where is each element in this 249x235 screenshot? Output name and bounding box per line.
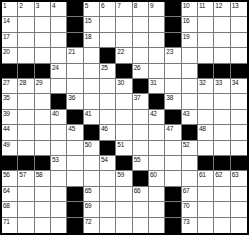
crossword-grid: 1234567891011121314151617181920212223242… bbox=[0, 0, 249, 235]
white-cell[interactable] bbox=[35, 187, 51, 202]
white-cell[interactable] bbox=[165, 156, 181, 171]
white-cell[interactable] bbox=[214, 17, 230, 32]
white-cell[interactable] bbox=[84, 64, 100, 79]
white-cell[interactable] bbox=[84, 156, 100, 171]
clue-number: 64 bbox=[3, 187, 10, 194]
white-cell[interactable] bbox=[198, 33, 214, 48]
white-cell[interactable]: 16 bbox=[182, 17, 198, 32]
white-cell[interactable]: 6 bbox=[100, 2, 116, 17]
white-cell[interactable]: 11 bbox=[198, 2, 214, 17]
clue-number: 1 bbox=[3, 2, 6, 9]
white-cell[interactable]: 34 bbox=[231, 79, 247, 94]
clue-number: 68 bbox=[3, 202, 10, 209]
white-cell[interactable] bbox=[100, 187, 116, 202]
clue-number: 7 bbox=[117, 2, 120, 9]
white-cell[interactable]: 53 bbox=[51, 156, 67, 171]
white-cell[interactable] bbox=[231, 110, 247, 125]
white-cell[interactable] bbox=[51, 218, 67, 233]
black-cell bbox=[133, 171, 149, 186]
clue-number: 53 bbox=[52, 156, 59, 163]
clue-number: 36 bbox=[68, 94, 75, 101]
clue-number: 12 bbox=[215, 2, 222, 9]
clue-number: 23 bbox=[166, 48, 173, 55]
white-cell[interactable]: 2 bbox=[18, 2, 34, 17]
black-cell bbox=[100, 141, 116, 156]
clue-number: 20 bbox=[3, 48, 10, 55]
clue-number: 5 bbox=[85, 2, 88, 9]
white-cell[interactable] bbox=[214, 218, 230, 233]
black-cell bbox=[67, 202, 83, 217]
black-cell bbox=[2, 156, 18, 171]
white-cell[interactable] bbox=[35, 218, 51, 233]
white-cell[interactable]: 52 bbox=[182, 141, 198, 156]
white-cell[interactable] bbox=[18, 48, 34, 63]
clue-number: 22 bbox=[117, 48, 124, 55]
white-cell[interactable]: 13 bbox=[231, 2, 247, 17]
white-cell[interactable]: 68 bbox=[2, 202, 18, 217]
white-cell[interactable]: 62 bbox=[214, 171, 230, 186]
white-cell[interactable]: 70 bbox=[182, 202, 198, 217]
white-cell[interactable] bbox=[133, 125, 149, 140]
white-cell[interactable]: 30 bbox=[116, 79, 132, 94]
black-cell bbox=[182, 125, 198, 140]
black-cell bbox=[116, 64, 132, 79]
white-cell[interactable] bbox=[67, 156, 83, 171]
white-cell[interactable] bbox=[35, 17, 51, 32]
white-cell[interactable] bbox=[35, 141, 51, 156]
clue-number: 19 bbox=[183, 33, 190, 40]
white-cell[interactable]: 5 bbox=[84, 2, 100, 17]
white-cell[interactable]: 64 bbox=[2, 187, 18, 202]
clue-number: 38 bbox=[166, 94, 173, 101]
white-cell[interactable] bbox=[116, 94, 132, 109]
black-cell bbox=[67, 2, 83, 17]
white-cell[interactable] bbox=[165, 141, 181, 156]
clue-number: 71 bbox=[3, 218, 10, 225]
black-cell bbox=[165, 110, 181, 125]
white-cell[interactable] bbox=[18, 218, 34, 233]
white-cell[interactable] bbox=[18, 125, 34, 140]
white-cell[interactable] bbox=[198, 48, 214, 63]
white-cell[interactable] bbox=[165, 79, 181, 94]
white-cell[interactable] bbox=[231, 17, 247, 32]
white-cell[interactable]: 45 bbox=[67, 125, 83, 140]
black-cell bbox=[149, 94, 165, 109]
white-cell[interactable]: 38 bbox=[165, 94, 181, 109]
white-cell[interactable] bbox=[18, 17, 34, 32]
white-cell[interactable]: 48 bbox=[198, 125, 214, 140]
white-cell[interactable]: 3 bbox=[35, 2, 51, 17]
clue-number: 11 bbox=[199, 2, 205, 9]
white-cell[interactable]: 19 bbox=[182, 33, 198, 48]
black-cell bbox=[2, 64, 18, 79]
clue-number: 26 bbox=[134, 64, 141, 71]
white-cell[interactable] bbox=[51, 187, 67, 202]
white-cell[interactable] bbox=[198, 218, 214, 233]
white-cell[interactable]: 42 bbox=[149, 110, 165, 125]
white-cell[interactable]: 28 bbox=[18, 79, 34, 94]
clue-number: 25 bbox=[101, 64, 108, 71]
white-cell[interactable]: 18 bbox=[84, 33, 100, 48]
white-cell[interactable]: 4 bbox=[51, 2, 67, 17]
clue-number: 57 bbox=[19, 171, 26, 178]
white-cell[interactable] bbox=[149, 156, 165, 171]
clue-number: 34 bbox=[232, 79, 239, 86]
clue-number: 2 bbox=[19, 2, 22, 9]
white-cell[interactable] bbox=[149, 48, 165, 63]
white-cell[interactable]: 31 bbox=[149, 79, 165, 94]
clue-number: 16 bbox=[183, 17, 190, 24]
black-cell bbox=[18, 64, 34, 79]
white-cell[interactable]: 58 bbox=[35, 171, 51, 186]
black-cell bbox=[214, 156, 230, 171]
clue-number: 8 bbox=[134, 2, 137, 9]
white-cell[interactable]: 66 bbox=[133, 187, 149, 202]
white-cell[interactable] bbox=[214, 125, 230, 140]
white-cell[interactable]: 27 bbox=[2, 79, 18, 94]
black-cell bbox=[51, 94, 67, 109]
clue-number: 62 bbox=[215, 171, 222, 178]
white-cell[interactable] bbox=[18, 110, 34, 125]
black-cell bbox=[165, 202, 181, 217]
white-cell[interactable] bbox=[67, 171, 83, 186]
white-cell[interactable] bbox=[231, 125, 247, 140]
clue-number: 55 bbox=[134, 156, 141, 163]
white-cell[interactable] bbox=[231, 94, 247, 109]
white-cell[interactable] bbox=[18, 33, 34, 48]
white-cell[interactable] bbox=[149, 125, 165, 140]
white-cell[interactable] bbox=[149, 141, 165, 156]
white-cell[interactable]: 72 bbox=[84, 218, 100, 233]
white-cell[interactable] bbox=[84, 94, 100, 109]
white-cell[interactable] bbox=[116, 187, 132, 202]
white-cell[interactable]: 47 bbox=[165, 125, 181, 140]
white-cell[interactable]: 65 bbox=[84, 187, 100, 202]
white-cell[interactable] bbox=[116, 33, 132, 48]
clue-number: 29 bbox=[36, 79, 43, 86]
black-cell bbox=[84, 125, 100, 140]
white-cell[interactable]: 37 bbox=[133, 94, 149, 109]
clue-number: 48 bbox=[199, 125, 206, 132]
clue-number: 45 bbox=[68, 125, 75, 132]
clue-number: 17 bbox=[3, 33, 10, 40]
clue-number: 46 bbox=[101, 125, 108, 132]
clue-number: 30 bbox=[117, 79, 124, 86]
white-cell[interactable]: 39 bbox=[2, 110, 18, 125]
white-cell[interactable] bbox=[214, 187, 230, 202]
white-cell[interactable]: 57 bbox=[18, 171, 34, 186]
white-cell[interactable] bbox=[84, 79, 100, 94]
white-cell[interactable] bbox=[133, 48, 149, 63]
clue-number: 44 bbox=[3, 125, 10, 132]
black-cell bbox=[18, 156, 34, 171]
clue-number: 9 bbox=[150, 2, 153, 9]
clue-number: 56 bbox=[3, 171, 10, 178]
clue-number: 63 bbox=[232, 171, 239, 178]
white-cell[interactable] bbox=[51, 17, 67, 32]
white-cell[interactable] bbox=[214, 33, 230, 48]
white-cell[interactable]: 25 bbox=[100, 64, 116, 79]
black-cell bbox=[100, 48, 116, 63]
clue-number: 60 bbox=[150, 171, 157, 178]
white-cell[interactable] bbox=[133, 218, 149, 233]
clue-number: 54 bbox=[101, 156, 108, 163]
white-cell[interactable]: 55 bbox=[133, 156, 149, 171]
white-cell[interactable] bbox=[133, 141, 149, 156]
white-cell[interactable] bbox=[51, 33, 67, 48]
white-cell[interactable]: 73 bbox=[182, 218, 198, 233]
white-cell[interactable] bbox=[214, 202, 230, 217]
black-cell bbox=[231, 64, 247, 79]
white-cell[interactable]: 50 bbox=[84, 141, 100, 156]
black-cell bbox=[165, 33, 181, 48]
white-cell[interactable] bbox=[149, 33, 165, 48]
white-cell[interactable] bbox=[182, 64, 198, 79]
white-cell[interactable] bbox=[231, 187, 247, 202]
white-cell[interactable] bbox=[149, 187, 165, 202]
white-cell[interactable]: 41 bbox=[84, 110, 100, 125]
black-cell bbox=[67, 17, 83, 32]
white-cell[interactable]: 20 bbox=[2, 48, 18, 63]
white-cell[interactable] bbox=[100, 171, 116, 186]
white-cell[interactable]: 61 bbox=[198, 171, 214, 186]
white-cell[interactable] bbox=[100, 94, 116, 109]
white-cell[interactable] bbox=[18, 141, 34, 156]
white-cell[interactable] bbox=[214, 94, 230, 109]
white-cell[interactable] bbox=[18, 94, 34, 109]
white-cell[interactable] bbox=[214, 110, 230, 125]
white-cell[interactable] bbox=[51, 79, 67, 94]
clue-number: 42 bbox=[150, 110, 157, 117]
white-cell[interactable] bbox=[231, 33, 247, 48]
white-cell[interactable]: 35 bbox=[2, 94, 18, 109]
black-cell bbox=[214, 64, 230, 79]
white-cell[interactable] bbox=[231, 48, 247, 63]
black-cell bbox=[67, 218, 83, 233]
white-cell[interactable]: 44 bbox=[2, 125, 18, 140]
white-cell[interactable] bbox=[35, 33, 51, 48]
clue-number: 43 bbox=[183, 110, 190, 117]
white-cell[interactable] bbox=[116, 110, 132, 125]
white-cell[interactable] bbox=[84, 48, 100, 63]
white-cell[interactable] bbox=[51, 171, 67, 186]
white-cell[interactable]: 15 bbox=[84, 17, 100, 32]
white-cell[interactable] bbox=[198, 187, 214, 202]
clue-number: 4 bbox=[52, 2, 55, 9]
white-cell[interactable] bbox=[35, 202, 51, 217]
clue-number: 10 bbox=[183, 2, 190, 9]
white-cell[interactable]: 49 bbox=[2, 141, 18, 156]
clue-number: 70 bbox=[183, 202, 190, 209]
white-cell[interactable] bbox=[51, 125, 67, 140]
white-cell[interactable]: 56 bbox=[2, 171, 18, 186]
white-cell[interactable] bbox=[67, 141, 83, 156]
white-cell[interactable] bbox=[182, 48, 198, 63]
clue-number: 28 bbox=[19, 79, 26, 86]
clue-number: 40 bbox=[52, 110, 59, 117]
clue-number: 61 bbox=[199, 171, 206, 178]
white-cell[interactable]: 1 bbox=[2, 2, 18, 17]
white-cell[interactable]: 51 bbox=[116, 141, 132, 156]
white-cell[interactable]: 33 bbox=[214, 79, 230, 94]
white-cell[interactable]: 36 bbox=[67, 94, 83, 109]
black-cell bbox=[231, 156, 247, 171]
white-cell[interactable] bbox=[116, 218, 132, 233]
clue-number: 72 bbox=[85, 218, 92, 225]
clue-number: 47 bbox=[166, 125, 173, 132]
clue-number: 33 bbox=[215, 79, 222, 86]
white-cell[interactable]: 24 bbox=[51, 64, 67, 79]
white-cell[interactable]: 71 bbox=[2, 218, 18, 233]
white-cell[interactable]: 67 bbox=[182, 187, 198, 202]
white-cell[interactable] bbox=[35, 48, 51, 63]
white-cell[interactable] bbox=[214, 141, 230, 156]
clue-number: 32 bbox=[199, 79, 206, 86]
clue-number: 49 bbox=[3, 141, 10, 148]
white-cell[interactable] bbox=[67, 79, 83, 94]
black-cell bbox=[165, 187, 181, 202]
white-cell[interactable] bbox=[198, 94, 214, 109]
white-cell[interactable]: 40 bbox=[51, 110, 67, 125]
white-cell[interactable]: 32 bbox=[198, 79, 214, 94]
white-cell[interactable]: 17 bbox=[2, 33, 18, 48]
white-cell[interactable] bbox=[198, 141, 214, 156]
white-cell[interactable]: 60 bbox=[149, 171, 165, 186]
white-cell[interactable] bbox=[133, 202, 149, 217]
clue-number: 27 bbox=[3, 79, 10, 86]
black-cell bbox=[198, 156, 214, 171]
white-cell[interactable] bbox=[133, 110, 149, 125]
clue-number: 73 bbox=[183, 218, 190, 225]
white-cell[interactable] bbox=[51, 48, 67, 63]
clue-number: 41 bbox=[85, 110, 92, 117]
clue-number: 58 bbox=[36, 171, 43, 178]
clue-number: 15 bbox=[85, 17, 92, 24]
white-cell[interactable] bbox=[51, 141, 67, 156]
white-cell[interactable] bbox=[149, 218, 165, 233]
white-cell[interactable] bbox=[149, 17, 165, 32]
clue-number: 24 bbox=[52, 64, 59, 71]
white-cell[interactable] bbox=[133, 17, 149, 32]
black-cell bbox=[67, 110, 83, 125]
clue-number: 13 bbox=[232, 2, 239, 9]
white-cell[interactable] bbox=[84, 171, 100, 186]
white-cell[interactable] bbox=[116, 17, 132, 32]
clue-number: 67 bbox=[183, 187, 190, 194]
white-cell[interactable] bbox=[35, 94, 51, 109]
clue-number: 21 bbox=[68, 48, 75, 55]
white-cell[interactable]: 23 bbox=[165, 48, 181, 63]
black-cell bbox=[165, 218, 181, 233]
white-cell[interactable]: 8 bbox=[133, 2, 149, 17]
white-cell[interactable]: 29 bbox=[35, 79, 51, 94]
clue-number: 69 bbox=[85, 202, 92, 209]
white-cell[interactable]: 26 bbox=[133, 64, 149, 79]
white-cell[interactable]: 7 bbox=[116, 2, 132, 17]
white-cell[interactable] bbox=[231, 141, 247, 156]
white-cell[interactable]: 12 bbox=[214, 2, 230, 17]
white-cell[interactable]: 21 bbox=[67, 48, 83, 63]
clue-number: 52 bbox=[183, 141, 190, 148]
white-cell[interactable] bbox=[231, 218, 247, 233]
clue-number: 59 bbox=[117, 171, 124, 178]
black-cell bbox=[198, 64, 214, 79]
clue-number: 51 bbox=[117, 141, 124, 148]
black-cell bbox=[35, 156, 51, 171]
clue-number: 14 bbox=[3, 17, 10, 24]
white-cell[interactable] bbox=[116, 202, 132, 217]
white-cell[interactable]: 59 bbox=[116, 171, 132, 186]
white-cell[interactable] bbox=[165, 64, 181, 79]
black-cell bbox=[67, 187, 83, 202]
white-cell[interactable]: 43 bbox=[182, 110, 198, 125]
black-cell bbox=[165, 17, 181, 32]
black-cell bbox=[35, 64, 51, 79]
white-cell[interactable] bbox=[18, 187, 34, 202]
white-cell[interactable] bbox=[198, 110, 214, 125]
black-cell bbox=[165, 2, 181, 17]
clue-number: 6 bbox=[101, 2, 104, 9]
white-cell[interactable] bbox=[182, 156, 198, 171]
clue-number: 50 bbox=[85, 141, 92, 148]
clue-number: 39 bbox=[3, 110, 10, 117]
clue-number: 35 bbox=[3, 94, 10, 101]
clue-number: 3 bbox=[36, 2, 39, 9]
white-cell[interactable]: 9 bbox=[149, 2, 165, 17]
clue-number: 66 bbox=[134, 187, 141, 194]
white-cell[interactable] bbox=[182, 79, 198, 94]
black-cell bbox=[133, 79, 149, 94]
white-cell[interactable] bbox=[149, 202, 165, 217]
white-cell[interactable]: 63 bbox=[231, 171, 247, 186]
white-cell[interactable] bbox=[133, 33, 149, 48]
clue-number: 31 bbox=[150, 79, 157, 86]
white-cell[interactable] bbox=[100, 202, 116, 217]
white-cell[interactable] bbox=[100, 17, 116, 32]
white-cell[interactable] bbox=[100, 79, 116, 94]
white-cell[interactable] bbox=[51, 202, 67, 217]
white-cell[interactable] bbox=[100, 33, 116, 48]
white-cell[interactable]: 14 bbox=[2, 17, 18, 32]
white-cell[interactable] bbox=[165, 171, 181, 186]
white-cell[interactable] bbox=[198, 202, 214, 217]
clue-number: 18 bbox=[85, 33, 92, 40]
white-cell[interactable]: 54 bbox=[100, 156, 116, 171]
clue-number: 37 bbox=[134, 94, 141, 101]
white-cell[interactable]: 10 bbox=[182, 2, 198, 17]
white-cell[interactable]: 22 bbox=[116, 48, 132, 63]
white-cell[interactable] bbox=[214, 48, 230, 63]
white-cell[interactable] bbox=[182, 94, 198, 109]
white-cell[interactable] bbox=[100, 218, 116, 233]
clue-number: 65 bbox=[85, 187, 92, 194]
white-cell[interactable] bbox=[198, 17, 214, 32]
crossword-puzzle: 1234567891011121314151617181920212223242… bbox=[0, 0, 249, 235]
white-cell[interactable] bbox=[116, 125, 132, 140]
white-cell[interactable] bbox=[100, 110, 116, 125]
white-cell[interactable]: 69 bbox=[84, 202, 100, 217]
white-cell[interactable] bbox=[182, 171, 198, 186]
black-cell bbox=[67, 33, 83, 48]
white-cell[interactable] bbox=[35, 125, 51, 140]
white-cell[interactable] bbox=[18, 202, 34, 217]
white-cell[interactable] bbox=[35, 110, 51, 125]
white-cell[interactable] bbox=[231, 202, 247, 217]
white-cell[interactable] bbox=[149, 64, 165, 79]
black-cell bbox=[116, 156, 132, 171]
white-cell[interactable]: 46 bbox=[100, 125, 116, 140]
white-cell[interactable] bbox=[67, 64, 83, 79]
